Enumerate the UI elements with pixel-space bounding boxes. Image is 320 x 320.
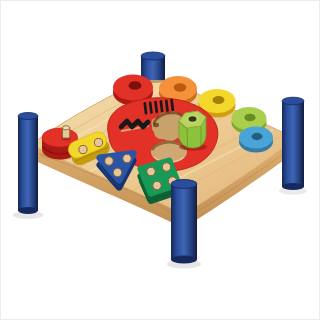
hex-hole (189, 116, 197, 121)
hex-nut (179, 111, 207, 151)
wood-peg (94, 138, 102, 146)
wood-peg (105, 157, 113, 165)
leg-bottom (282, 183, 304, 190)
flower-hole-dark (153, 123, 159, 127)
wood-peg-top (63, 126, 70, 130)
stacking-ring-blue (239, 127, 273, 153)
wood-peg (79, 145, 87, 153)
toy-table-illustration (1, 1, 320, 320)
leg-cylinder (171, 184, 197, 260)
leg-cylinder (18, 116, 38, 211)
wood-peg (113, 168, 121, 176)
ring-hole (252, 133, 263, 140)
ring-hole (129, 81, 142, 90)
leg-top (141, 52, 165, 60)
leg-top (18, 113, 38, 120)
leg-top (171, 180, 197, 189)
table-leg-left (18, 113, 38, 215)
leg-bottom (171, 256, 197, 264)
table-leg-front (171, 180, 197, 264)
product-photo (0, 0, 320, 320)
leg-top (282, 97, 304, 105)
ring-hole (174, 83, 187, 91)
table-leg-right (282, 97, 304, 190)
ring-hole (213, 96, 225, 104)
ring-hole (244, 114, 255, 122)
wood-peg (123, 154, 131, 162)
leg-bottom (18, 207, 38, 214)
leg-cylinder (282, 101, 304, 187)
wood-peg (147, 167, 155, 175)
wood-peg (162, 163, 170, 171)
wood-peg (153, 181, 161, 189)
